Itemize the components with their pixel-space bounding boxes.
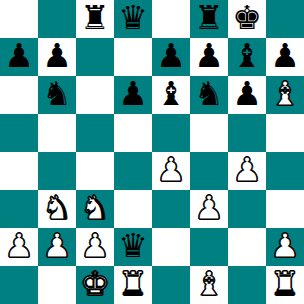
square-h4[interactable] [266, 152, 304, 190]
square-a2[interactable]: ♟ [0, 228, 38, 266]
square-d7[interactable] [114, 38, 152, 76]
square-c2[interactable]: ♟ [76, 228, 114, 266]
piece-white-pawn[interactable]: ♟ [80, 228, 110, 265]
square-h2[interactable]: ♟ [266, 228, 304, 266]
square-g5[interactable] [228, 114, 266, 152]
square-f1[interactable]: ♝ [190, 266, 228, 304]
square-d6[interactable]: ♟ [114, 76, 152, 114]
square-c6[interactable] [76, 76, 114, 114]
piece-black-pawn[interactable]: ♟ [194, 38, 224, 75]
square-h8[interactable] [266, 0, 304, 38]
square-f7[interactable]: ♟ [190, 38, 228, 76]
square-h5[interactable] [266, 114, 304, 152]
square-f5[interactable] [190, 114, 228, 152]
chess-board: ♜♛♜♚♟♟♟♟♝♟♞♟♝♞♟♝♟♟♞♞♟♟♟♟♛♟♚♜♝♜ [0, 0, 304, 304]
piece-black-pawn[interactable]: ♟ [270, 38, 300, 75]
square-e2[interactable] [152, 228, 190, 266]
square-g4[interactable]: ♟ [228, 152, 266, 190]
piece-black-bishop[interactable]: ♝ [232, 38, 262, 75]
piece-black-pawn[interactable]: ♟ [232, 76, 262, 113]
square-e3[interactable] [152, 190, 190, 228]
piece-black-queen[interactable]: ♛ [118, 0, 148, 37]
piece-black-knight[interactable]: ♞ [194, 76, 224, 113]
square-d5[interactable] [114, 114, 152, 152]
square-d4[interactable] [114, 152, 152, 190]
square-d1[interactable]: ♜ [114, 266, 152, 304]
piece-white-bishop[interactable]: ♝ [194, 266, 224, 303]
piece-white-pawn[interactable]: ♟ [232, 152, 262, 189]
piece-white-bishop[interactable]: ♝ [270, 76, 300, 113]
square-e7[interactable]: ♟ [152, 38, 190, 76]
piece-white-pawn[interactable]: ♟ [194, 190, 224, 227]
piece-black-knight[interactable]: ♞ [42, 76, 72, 113]
square-c7[interactable] [76, 38, 114, 76]
piece-black-rook[interactable]: ♜ [194, 0, 224, 37]
piece-white-rook[interactable]: ♜ [270, 266, 300, 303]
square-e8[interactable] [152, 0, 190, 38]
square-a8[interactable] [0, 0, 38, 38]
square-h1[interactable]: ♜ [266, 266, 304, 304]
square-e5[interactable] [152, 114, 190, 152]
piece-black-pawn[interactable]: ♟ [42, 38, 72, 75]
piece-white-king[interactable]: ♚ [80, 266, 110, 303]
square-d3[interactable] [114, 190, 152, 228]
square-h7[interactable]: ♟ [266, 38, 304, 76]
square-g2[interactable] [228, 228, 266, 266]
square-g1[interactable] [228, 266, 266, 304]
square-b5[interactable] [38, 114, 76, 152]
square-c4[interactable] [76, 152, 114, 190]
square-g7[interactable]: ♝ [228, 38, 266, 76]
square-h6[interactable]: ♝ [266, 76, 304, 114]
piece-white-pawn[interactable]: ♟ [270, 228, 300, 265]
square-c1[interactable]: ♚ [76, 266, 114, 304]
piece-white-knight[interactable]: ♞ [42, 190, 72, 227]
piece-black-pawn[interactable]: ♟ [156, 38, 186, 75]
square-b7[interactable]: ♟ [38, 38, 76, 76]
square-g3[interactable] [228, 190, 266, 228]
square-a7[interactable]: ♟ [0, 38, 38, 76]
square-b3[interactable]: ♞ [38, 190, 76, 228]
square-b2[interactable]: ♟ [38, 228, 76, 266]
square-f4[interactable] [190, 152, 228, 190]
square-f2[interactable] [190, 228, 228, 266]
piece-black-bishop[interactable]: ♝ [156, 76, 186, 113]
piece-black-pawn[interactable]: ♟ [4, 38, 34, 75]
piece-black-queen[interactable]: ♛ [118, 228, 148, 265]
piece-black-pawn[interactable]: ♟ [118, 76, 148, 113]
piece-white-pawn[interactable]: ♟ [156, 152, 186, 189]
piece-white-knight[interactable]: ♞ [80, 190, 110, 227]
square-b4[interactable] [38, 152, 76, 190]
square-d2[interactable]: ♛ [114, 228, 152, 266]
square-b1[interactable] [38, 266, 76, 304]
square-a5[interactable] [0, 114, 38, 152]
square-e1[interactable] [152, 266, 190, 304]
square-a1[interactable] [0, 266, 38, 304]
piece-black-king[interactable]: ♚ [232, 0, 262, 37]
square-a6[interactable] [0, 76, 38, 114]
piece-white-pawn[interactable]: ♟ [42, 228, 72, 265]
square-c5[interactable] [76, 114, 114, 152]
square-a3[interactable] [0, 190, 38, 228]
square-c3[interactable]: ♞ [76, 190, 114, 228]
square-b6[interactable]: ♞ [38, 76, 76, 114]
square-h3[interactable] [266, 190, 304, 228]
piece-white-rook[interactable]: ♜ [118, 266, 148, 303]
square-d8[interactable]: ♛ [114, 0, 152, 38]
square-f6[interactable]: ♞ [190, 76, 228, 114]
square-b8[interactable] [38, 0, 76, 38]
square-c8[interactable]: ♜ [76, 0, 114, 38]
square-g8[interactable]: ♚ [228, 0, 266, 38]
square-e6[interactable]: ♝ [152, 76, 190, 114]
square-f3[interactable]: ♟ [190, 190, 228, 228]
piece-white-pawn[interactable]: ♟ [4, 228, 34, 265]
square-g6[interactable]: ♟ [228, 76, 266, 114]
square-e4[interactable]: ♟ [152, 152, 190, 190]
piece-black-rook[interactable]: ♜ [80, 0, 110, 37]
square-a4[interactable] [0, 152, 38, 190]
square-f8[interactable]: ♜ [190, 0, 228, 38]
